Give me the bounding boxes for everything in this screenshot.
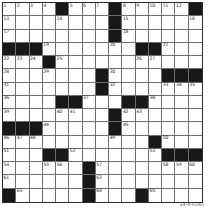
cell-r4c10[interactable] <box>122 43 135 56</box>
cell-r3c9 <box>109 30 122 43</box>
cell-r12c3[interactable] <box>30 149 43 162</box>
clue-number: 31 <box>4 82 9 87</box>
cell-r12c4 <box>43 149 56 162</box>
clue-number: 22 <box>4 56 9 61</box>
cell-r1c3[interactable]: 3 <box>30 3 43 16</box>
clue-number: 9 <box>136 3 139 8</box>
cell-r14c11[interactable] <box>136 175 149 188</box>
cell-r2c11[interactable] <box>136 16 149 29</box>
cell-r11c11[interactable] <box>136 136 149 149</box>
cell-r2c13[interactable] <box>162 16 175 29</box>
cell-r10c3 <box>30 122 43 135</box>
cell-r13c8[interactable]: 57 <box>96 162 109 175</box>
cell-r11c4[interactable] <box>43 136 56 149</box>
clue-number: 50 <box>163 135 168 140</box>
cell-r2c2[interactable] <box>16 16 29 29</box>
cell-r14c3[interactable] <box>30 175 43 188</box>
clue-number: 38 <box>149 95 154 100</box>
cell-r15c7 <box>83 189 96 202</box>
cell-r8c13[interactable] <box>162 96 175 109</box>
clue-number: 44 <box>43 122 48 127</box>
clue-number: 59 <box>176 162 181 167</box>
clue-number: 47 <box>17 135 22 140</box>
cell-r3c14[interactable] <box>175 30 188 43</box>
cell-r4c4[interactable]: 19 <box>43 43 56 56</box>
cell-r9c9 <box>109 109 122 122</box>
cell-r14c1[interactable]: 61 <box>3 175 16 188</box>
cell-r9c12[interactable] <box>149 109 162 122</box>
cell-r9c1[interactable]: 39 <box>3 109 16 122</box>
cell-r4c2 <box>16 43 29 56</box>
cell-r1c6[interactable]: 5 <box>69 3 82 16</box>
cell-r1c1[interactable]: 1 <box>3 3 16 16</box>
cell-r9c8[interactable] <box>96 109 109 122</box>
cell-r11c14[interactable] <box>175 136 188 149</box>
cell-r11c2[interactable]: 47 <box>16 136 29 149</box>
cell-r10c5[interactable] <box>56 122 69 135</box>
clue-number: 57 <box>96 162 101 167</box>
clue-number: 27 <box>149 56 154 61</box>
cell-r15c2[interactable]: 63 <box>16 189 29 202</box>
cell-r1c14[interactable]: 12 <box>175 3 188 16</box>
clue-number: 13 <box>4 16 9 21</box>
clue-number: 62 <box>96 175 101 180</box>
cell-r4c11 <box>136 43 149 56</box>
cell-r13c12[interactable] <box>149 162 162 175</box>
cell-r14c12[interactable] <box>149 175 162 188</box>
cell-r13c6[interactable] <box>69 162 82 175</box>
cell-r2c5[interactable]: 14 <box>56 16 69 29</box>
clue-number: 20 <box>110 42 115 47</box>
cell-r6c15 <box>189 69 202 82</box>
cell-r7c1[interactable]: 31 <box>3 83 16 96</box>
cell-r4c6[interactable] <box>69 43 82 56</box>
cell-r1c13[interactable]: 11 <box>162 3 175 16</box>
cell-r5c1[interactable]: 22 <box>3 56 16 69</box>
cell-r8c7[interactable]: 37 <box>83 96 96 109</box>
cell-r4c8[interactable] <box>96 43 109 56</box>
cell-r3c3[interactable] <box>30 30 43 43</box>
clue-number: 34 <box>176 82 181 87</box>
cell-r12c14 <box>175 149 188 162</box>
cell-r7c4[interactable] <box>43 83 56 96</box>
clue-number: 56 <box>57 162 62 167</box>
cell-r6c6[interactable] <box>69 69 82 82</box>
clue-number: 3 <box>30 3 33 8</box>
cell-r1c9 <box>109 3 122 16</box>
cell-r6c4[interactable]: 29 <box>43 69 56 82</box>
cell-r6c8 <box>96 69 109 82</box>
cell-r9c10[interactable]: 42 <box>122 109 135 122</box>
cell-r15c8[interactable]: 64 <box>96 189 109 202</box>
clue-number: 18 <box>123 29 128 34</box>
clue-number: 41 <box>70 109 75 114</box>
cell-r1c5 <box>56 3 69 16</box>
clue-number: 39 <box>4 109 9 114</box>
cell-r1c4[interactable]: 4 <box>43 3 56 16</box>
cell-r2c10[interactable]: 15 <box>122 16 135 29</box>
cell-r1c11[interactable]: 9 <box>136 3 149 16</box>
cell-r13c4[interactable]: 55 <box>43 162 56 175</box>
cell-r3c13[interactable] <box>162 30 175 43</box>
cell-r5c6[interactable] <box>69 56 82 69</box>
cell-r8c1[interactable]: 36 <box>3 96 16 109</box>
cell-r1c8[interactable]: 7 <box>96 3 109 16</box>
cell-r4c12 <box>149 43 162 56</box>
cell-r8c11 <box>136 96 149 109</box>
clue-number: 32 <box>110 82 115 87</box>
cell-r15c14[interactable] <box>175 189 188 202</box>
cell-r3c12[interactable] <box>149 30 162 43</box>
cell-r14c6[interactable] <box>69 175 82 188</box>
cell-r5c10[interactable] <box>122 56 135 69</box>
cell-r3c2[interactable] <box>16 30 29 43</box>
cell-r5c14[interactable] <box>175 56 188 69</box>
cell-r7c14[interactable]: 34 <box>175 83 188 96</box>
clue-number: 37 <box>83 95 88 100</box>
cell-r1c10[interactable]: 8 <box>122 3 135 16</box>
cell-r12c15 <box>189 149 202 162</box>
clue-number: 15 <box>123 16 128 21</box>
cell-r15c12[interactable]: 65 <box>149 189 162 202</box>
clue-number: 12 <box>176 3 181 8</box>
clue-number: 1 <box>4 3 7 8</box>
cell-r3c7[interactable] <box>83 30 96 43</box>
clue-number: 35 <box>189 82 194 87</box>
cell-r2c1[interactable]: 13 <box>3 16 16 29</box>
clue-number: 4 <box>43 3 46 8</box>
cell-r6c11[interactable] <box>136 69 149 82</box>
cell-r12c7[interactable] <box>83 149 96 162</box>
cell-r5c11[interactable]: 26 <box>136 56 149 69</box>
cell-r9c2[interactable] <box>16 109 29 122</box>
cell-r11c12 <box>149 136 162 149</box>
clue-number: 53 <box>149 148 154 153</box>
cell-r14c9[interactable] <box>109 175 122 188</box>
clue-number: 49 <box>110 135 115 140</box>
cell-r4c1 <box>3 43 16 56</box>
cell-r8c12[interactable]: 38 <box>149 96 162 109</box>
cell-r4c14[interactable] <box>175 43 188 56</box>
clue-number: 25 <box>57 56 62 61</box>
clue-number: 33 <box>163 82 168 87</box>
cell-r9c3[interactable] <box>30 109 43 122</box>
cell-r13c11[interactable] <box>136 162 149 175</box>
cell-r14c7 <box>83 175 96 188</box>
cell-r3c10[interactable]: 18 <box>122 30 135 43</box>
cell-r12c2[interactable] <box>16 149 29 162</box>
cell-r3c11[interactable] <box>136 30 149 43</box>
cell-r8c8[interactable] <box>96 96 109 109</box>
cell-r4c3 <box>30 43 43 56</box>
puzzle-code: 14-X-0345 <box>179 202 204 207</box>
cell-r11c5[interactable] <box>56 136 69 149</box>
cell-r9c14[interactable] <box>175 109 188 122</box>
clue-number: 10 <box>149 3 154 8</box>
cell-r9c5[interactable]: 40 <box>56 109 69 122</box>
cell-r13c9[interactable] <box>109 162 122 175</box>
cell-r10c13[interactable] <box>162 122 175 135</box>
clue-number: 65 <box>149 188 154 193</box>
cell-r2c12[interactable] <box>149 16 162 29</box>
cell-r10c15[interactable] <box>189 122 202 135</box>
cell-r3c4[interactable] <box>43 30 56 43</box>
cell-r2c15[interactable]: 16 <box>189 16 202 29</box>
cell-r4c9[interactable]: 20 <box>109 43 122 56</box>
cell-r8c15[interactable] <box>189 96 202 109</box>
clue-number: 51 <box>4 148 9 153</box>
cell-r10c8[interactable] <box>96 122 109 135</box>
cell-r7c5[interactable] <box>56 83 69 96</box>
clue-number: 7 <box>96 3 99 8</box>
cell-r12c8[interactable] <box>96 149 109 162</box>
clue-number: 2 <box>17 3 20 8</box>
cell-r11c15[interactable] <box>189 136 202 149</box>
clue-number: 28 <box>4 69 9 74</box>
cell-r14c8[interactable]: 62 <box>96 175 109 188</box>
cell-r6c12[interactable] <box>149 69 162 82</box>
cell-r13c15[interactable]: 60 <box>189 162 202 175</box>
cell-r13c10[interactable] <box>122 162 135 175</box>
clue-number: 5 <box>70 3 73 8</box>
cell-r14c4[interactable] <box>43 175 56 188</box>
cell-r15c3[interactable] <box>30 189 43 202</box>
cell-r2c4[interactable] <box>43 16 56 29</box>
cell-r11c7[interactable] <box>83 136 96 149</box>
cell-r10c9 <box>109 122 122 135</box>
cell-r12c6[interactable]: 52 <box>69 149 82 162</box>
cell-r14c5[interactable] <box>56 175 69 188</box>
cell-r10c4[interactable]: 44 <box>43 122 56 135</box>
clue-number: 8 <box>123 3 126 8</box>
clue-number: 48 <box>30 135 35 140</box>
cell-r7c13[interactable]: 33 <box>162 83 175 96</box>
cell-r11c8[interactable] <box>96 136 109 149</box>
cell-r5c8[interactable] <box>96 56 109 69</box>
cell-r3c6[interactable] <box>69 30 82 43</box>
cell-r10c12[interactable] <box>149 122 162 135</box>
cell-r6c5[interactable] <box>56 69 69 82</box>
cell-r7c2[interactable] <box>16 83 29 96</box>
cell-r2c9 <box>109 16 122 29</box>
cell-r14c10[interactable] <box>122 175 135 188</box>
cell-r2c6[interactable] <box>69 16 82 29</box>
cell-r13c7 <box>83 162 96 175</box>
cell-r11c6[interactable] <box>69 136 82 149</box>
clue-number: 30 <box>110 69 115 74</box>
cell-r9c7[interactable] <box>83 109 96 122</box>
cell-r9c15[interactable] <box>189 109 202 122</box>
cell-r5c5[interactable]: 25 <box>56 56 69 69</box>
cell-r4c13[interactable]: 21 <box>162 43 175 56</box>
cell-r15c6[interactable] <box>69 189 82 202</box>
cell-r6c2[interactable] <box>16 69 29 82</box>
cell-r12c13 <box>162 149 175 162</box>
clue-number: 21 <box>163 42 168 47</box>
cell-r6c1[interactable]: 28 <box>3 69 16 82</box>
cell-r14c14[interactable] <box>175 175 188 188</box>
cell-r5c15[interactable] <box>189 56 202 69</box>
clue-number: 55 <box>43 162 48 167</box>
cell-r12c1[interactable]: 51 <box>3 149 16 162</box>
clue-number: 6 <box>83 3 86 8</box>
clue-number: 54 <box>4 162 9 167</box>
clue-number: 52 <box>70 148 75 153</box>
cell-r7c10[interactable] <box>122 83 135 96</box>
cell-r15c13[interactable] <box>162 189 175 202</box>
cell-r14c15[interactable] <box>189 175 202 188</box>
cell-r7c3[interactable] <box>30 83 43 96</box>
cell-r9c13[interactable] <box>162 109 175 122</box>
cell-r5c7[interactable] <box>83 56 96 69</box>
cell-r2c8[interactable] <box>96 16 109 29</box>
cell-r2c3[interactable] <box>30 16 43 29</box>
cell-r15c11 <box>136 189 149 202</box>
cell-r14c13[interactable] <box>162 175 175 188</box>
cell-r14c2[interactable] <box>16 175 29 188</box>
cell-r8c9[interactable] <box>109 96 122 109</box>
cell-r7c15[interactable]: 35 <box>189 83 202 96</box>
clue-number: 64 <box>96 188 101 193</box>
cell-r8c2[interactable] <box>16 96 29 109</box>
cell-r3c8[interactable] <box>96 30 109 43</box>
cell-r7c8 <box>96 83 109 96</box>
cell-r12c12[interactable]: 53 <box>149 149 162 162</box>
clue-number: 46 <box>4 135 9 140</box>
cell-r2c7[interactable] <box>83 16 96 29</box>
clue-number: 17 <box>4 29 9 34</box>
cell-r13c3[interactable] <box>30 162 43 175</box>
cell-r15c15[interactable] <box>189 189 202 202</box>
cell-r13c1[interactable]: 54 <box>3 162 16 175</box>
cell-r13c14[interactable]: 59 <box>175 162 188 175</box>
cell-r1c12[interactable]: 10 <box>149 3 162 16</box>
cell-r10c2 <box>16 122 29 135</box>
cell-r8c6 <box>69 96 82 109</box>
clue-number: 14 <box>57 16 62 21</box>
clue-number: 45 <box>123 122 128 127</box>
cell-r5c9[interactable] <box>109 56 122 69</box>
cell-r8c10 <box>122 96 135 109</box>
crossword-grid: 1234567891011121314151617181920212223242… <box>2 2 203 203</box>
cell-r13c13[interactable]: 58 <box>162 162 175 175</box>
cell-r7c12[interactable] <box>149 83 162 96</box>
clue-number: 29 <box>43 69 48 74</box>
cell-r15c5[interactable] <box>56 189 69 202</box>
clue-number: 24 <box>30 56 35 61</box>
cell-r5c2[interactable]: 23 <box>16 56 29 69</box>
cell-r12c5 <box>56 149 69 162</box>
cell-r10c6[interactable] <box>69 122 82 135</box>
clue-number: 61 <box>4 175 9 180</box>
cell-r10c10[interactable]: 45 <box>122 122 135 135</box>
cell-r5c12[interactable]: 27 <box>149 56 162 69</box>
cell-r3c1[interactable]: 17 <box>3 30 16 43</box>
cell-r6c3[interactable] <box>30 69 43 82</box>
cell-r10c11[interactable] <box>136 122 149 135</box>
cell-r6c10[interactable] <box>122 69 135 82</box>
cell-r12c11[interactable] <box>136 149 149 162</box>
cell-r11c3[interactable]: 48 <box>30 136 43 149</box>
cell-r12c10[interactable] <box>122 149 135 162</box>
cell-r6c7[interactable] <box>83 69 96 82</box>
cell-r7c11[interactable] <box>136 83 149 96</box>
clue-number: 16 <box>189 16 194 21</box>
clue-number: 23 <box>17 56 22 61</box>
cell-r6c9[interactable]: 30 <box>109 69 122 82</box>
clue-number: 43 <box>136 109 141 114</box>
cell-r6c13 <box>162 69 175 82</box>
cell-r10c14[interactable] <box>175 122 188 135</box>
cell-r4c7[interactable] <box>83 43 96 56</box>
cell-r2c14[interactable] <box>175 16 188 29</box>
cell-r11c13[interactable]: 50 <box>162 136 175 149</box>
cell-r7c7[interactable] <box>83 83 96 96</box>
cell-r9c4[interactable] <box>43 109 56 122</box>
cell-r15c10[interactable] <box>122 189 135 202</box>
cell-r15c9[interactable] <box>109 189 122 202</box>
cell-r4c15[interactable] <box>189 43 202 56</box>
cell-r1c7[interactable]: 6 <box>83 3 96 16</box>
clue-number: 36 <box>4 95 9 100</box>
cell-r5c13[interactable] <box>162 56 175 69</box>
cell-r13c5[interactable]: 56 <box>56 162 69 175</box>
cell-r5c3[interactable]: 24 <box>30 56 43 69</box>
cell-r1c15 <box>189 3 202 16</box>
clue-number: 19 <box>43 42 48 47</box>
clue-number: 40 <box>57 109 62 114</box>
cell-r11c10[interactable] <box>122 136 135 149</box>
cell-r9c11[interactable]: 43 <box>136 109 149 122</box>
cell-r8c14[interactable] <box>175 96 188 109</box>
cell-r8c5 <box>56 96 69 109</box>
cell-r8c4[interactable] <box>43 96 56 109</box>
cell-r1c2[interactable]: 2 <box>16 3 29 16</box>
clue-number: 60 <box>189 162 194 167</box>
clue-number: 58 <box>163 162 168 167</box>
cell-r5c4 <box>43 56 56 69</box>
cell-r10c1 <box>3 122 16 135</box>
cell-r13c2[interactable] <box>16 162 29 175</box>
cell-r15c4[interactable] <box>43 189 56 202</box>
cell-r10c7[interactable] <box>83 122 96 135</box>
cell-r4c5[interactable] <box>56 43 69 56</box>
clue-number: 11 <box>163 3 168 8</box>
cell-r11c1[interactable]: 46 <box>3 136 16 149</box>
cell-r3c5[interactable] <box>56 30 69 43</box>
cell-r15c1 <box>3 189 16 202</box>
cell-r8c3[interactable] <box>30 96 43 109</box>
cell-r12c9[interactable] <box>109 149 122 162</box>
cell-r11c9[interactable]: 49 <box>109 136 122 149</box>
cell-r7c9[interactable]: 32 <box>109 83 122 96</box>
clue-number: 26 <box>136 56 141 61</box>
cell-r3c15[interactable] <box>189 30 202 43</box>
cell-r6c14 <box>175 69 188 82</box>
cell-r7c6[interactable] <box>69 83 82 96</box>
clue-number: 63 <box>17 188 22 193</box>
clue-number: 42 <box>123 109 128 114</box>
cell-r9c6[interactable]: 41 <box>69 109 82 122</box>
